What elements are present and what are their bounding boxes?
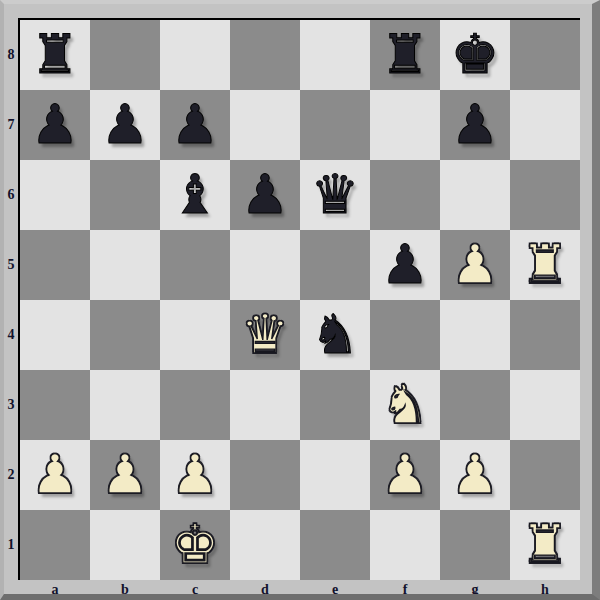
square-a3[interactable]	[20, 370, 90, 440]
file-label-c: c	[160, 581, 230, 598]
square-h3[interactable]	[510, 370, 580, 440]
square-c6[interactable]: ♝	[160, 160, 230, 230]
piece-white-pawn[interactable]: ♟	[171, 440, 219, 510]
square-h7[interactable]	[510, 90, 580, 160]
square-d4[interactable]: ♛	[230, 300, 300, 370]
piece-black-pawn[interactable]: ♟	[241, 160, 289, 230]
file-label-g: g	[440, 581, 510, 598]
square-a1[interactable]	[20, 510, 90, 580]
piece-white-rook[interactable]: ♜	[521, 510, 569, 580]
file-label-a: a	[20, 581, 90, 598]
square-f2[interactable]: ♟	[370, 440, 440, 510]
square-d8[interactable]	[230, 20, 300, 90]
piece-black-pawn[interactable]: ♟	[171, 90, 219, 160]
square-g7[interactable]: ♟	[440, 90, 510, 160]
square-c1[interactable]: ♚	[160, 510, 230, 580]
square-f7[interactable]	[370, 90, 440, 160]
piece-black-knight[interactable]: ♞	[311, 300, 359, 370]
square-d7[interactable]	[230, 90, 300, 160]
square-h1[interactable]: ♜	[510, 510, 580, 580]
square-a4[interactable]	[20, 300, 90, 370]
square-b1[interactable]	[90, 510, 160, 580]
square-a2[interactable]: ♟	[20, 440, 90, 510]
square-e2[interactable]	[300, 440, 370, 510]
file-label-h: h	[510, 581, 580, 598]
rank-label-5: 5	[4, 230, 18, 300]
square-g8[interactable]: ♚	[440, 20, 510, 90]
square-f4[interactable]	[370, 300, 440, 370]
square-c5[interactable]	[160, 230, 230, 300]
rank-label-2: 2	[4, 440, 18, 510]
square-b7[interactable]: ♟	[90, 90, 160, 160]
square-b6[interactable]	[90, 160, 160, 230]
square-a8[interactable]: ♜	[20, 20, 90, 90]
piece-white-rook[interactable]: ♜	[521, 230, 569, 300]
rank-label-3: 3	[4, 370, 18, 440]
square-e7[interactable]	[300, 90, 370, 160]
square-f5[interactable]: ♟	[370, 230, 440, 300]
square-g4[interactable]	[440, 300, 510, 370]
square-d5[interactable]	[230, 230, 300, 300]
square-c3[interactable]	[160, 370, 230, 440]
rank-label-1: 1	[4, 510, 18, 580]
square-a7[interactable]: ♟	[20, 90, 90, 160]
piece-black-king[interactable]: ♚	[451, 20, 499, 90]
square-e5[interactable]	[300, 230, 370, 300]
piece-black-queen[interactable]: ♛	[311, 160, 359, 230]
square-h6[interactable]	[510, 160, 580, 230]
rank-label-6: 6	[4, 160, 18, 230]
square-f1[interactable]	[370, 510, 440, 580]
rank-label-8: 8	[4, 20, 18, 90]
square-a6[interactable]	[20, 160, 90, 230]
square-d1[interactable]	[230, 510, 300, 580]
piece-white-queen[interactable]: ♛	[241, 300, 289, 370]
piece-black-pawn[interactable]: ♟	[31, 90, 79, 160]
piece-black-bishop[interactable]: ♝	[171, 160, 219, 230]
square-b2[interactable]: ♟	[90, 440, 160, 510]
square-h8[interactable]	[510, 20, 580, 90]
square-h4[interactable]	[510, 300, 580, 370]
rank-label-7: 7	[4, 90, 18, 160]
square-b5[interactable]	[90, 230, 160, 300]
square-h2[interactable]	[510, 440, 580, 510]
square-e6[interactable]: ♛	[300, 160, 370, 230]
piece-white-pawn[interactable]: ♟	[101, 440, 149, 510]
square-g5[interactable]: ♟	[440, 230, 510, 300]
file-label-e: e	[300, 581, 370, 598]
square-b3[interactable]	[90, 370, 160, 440]
square-f6[interactable]	[370, 160, 440, 230]
square-f8[interactable]: ♜	[370, 20, 440, 90]
piece-white-pawn[interactable]: ♟	[381, 440, 429, 510]
piece-black-pawn[interactable]: ♟	[101, 90, 149, 160]
square-e3[interactable]	[300, 370, 370, 440]
piece-black-rook[interactable]: ♜	[31, 20, 79, 90]
square-c4[interactable]	[160, 300, 230, 370]
square-d2[interactable]	[230, 440, 300, 510]
square-e4[interactable]: ♞	[300, 300, 370, 370]
file-label-b: b	[90, 581, 160, 598]
square-a5[interactable]	[20, 230, 90, 300]
piece-white-pawn[interactable]: ♟	[31, 440, 79, 510]
file-label-d: d	[230, 581, 300, 598]
rank-label-4: 4	[4, 300, 18, 370]
square-f3[interactable]: ♞	[370, 370, 440, 440]
square-c7[interactable]: ♟	[160, 90, 230, 160]
square-g3[interactable]	[440, 370, 510, 440]
square-c8[interactable]	[160, 20, 230, 90]
square-e8[interactable]	[300, 20, 370, 90]
piece-white-pawn[interactable]: ♟	[451, 230, 499, 300]
square-d3[interactable]	[230, 370, 300, 440]
square-c2[interactable]: ♟	[160, 440, 230, 510]
chess-board: ♜♜♚♟♟♟♟♝♟♛♟♟♜♛♞♞♟♟♟♟♟♚♜	[18, 18, 580, 580]
piece-white-pawn[interactable]: ♟	[451, 440, 499, 510]
piece-white-king[interactable]: ♚	[171, 510, 219, 580]
square-g1[interactable]	[440, 510, 510, 580]
piece-black-pawn[interactable]: ♟	[451, 90, 499, 160]
square-h5[interactable]: ♜	[510, 230, 580, 300]
square-b8[interactable]	[90, 20, 160, 90]
square-d6[interactable]: ♟	[230, 160, 300, 230]
file-label-f: f	[370, 581, 440, 598]
piece-white-knight[interactable]: ♞	[381, 370, 429, 440]
piece-black-pawn[interactable]: ♟	[381, 230, 429, 300]
square-e1[interactable]	[300, 510, 370, 580]
piece-black-rook[interactable]: ♜	[381, 20, 429, 90]
square-g6[interactable]	[440, 160, 510, 230]
square-g2[interactable]: ♟	[440, 440, 510, 510]
square-b4[interactable]	[90, 300, 160, 370]
board-frame: ♜♜♚♟♟♟♟♝♟♛♟♟♜♛♞♞♟♟♟♟♟♚♜ 87654321 abcdefg…	[0, 0, 600, 600]
